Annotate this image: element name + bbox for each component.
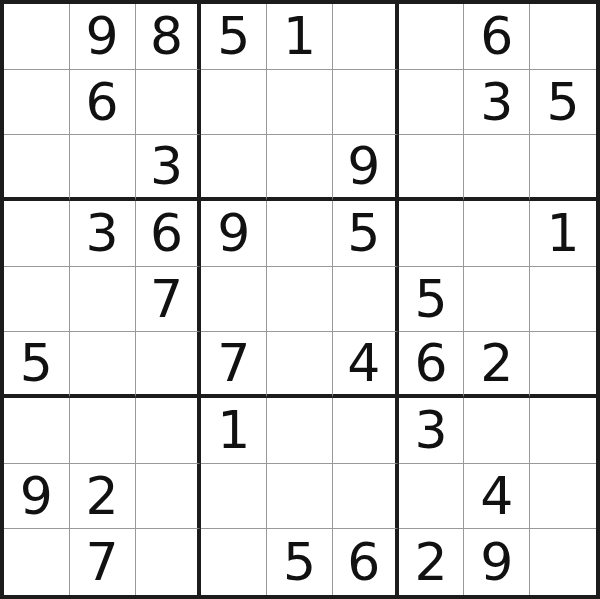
cell-r7c5[interactable]	[267, 398, 333, 464]
cell-r4c8[interactable]	[464, 201, 530, 267]
cell-r1c9[interactable]	[530, 4, 596, 70]
cell-r3c9[interactable]	[530, 135, 596, 201]
cell-r2c2: 6	[70, 70, 136, 136]
cell-r1c6[interactable]	[333, 4, 399, 70]
cell-r3c2[interactable]	[70, 135, 136, 201]
cell-r9c4[interactable]	[201, 529, 267, 595]
cell-r8c4[interactable]	[201, 464, 267, 530]
sudoku-board: 98516635393695175574621392475629	[0, 0, 600, 599]
cell-r7c4: 1	[201, 398, 267, 464]
cell-r2c1[interactable]	[4, 70, 70, 136]
cell-r9c6: 6	[333, 529, 399, 595]
cell-r1c4: 5	[201, 4, 267, 70]
page: 98516635393695175574621392475629	[0, 0, 600, 599]
cell-r2c5[interactable]	[267, 70, 333, 136]
cell-r4c6: 5	[333, 201, 399, 267]
cell-r9c5: 5	[267, 529, 333, 595]
cell-r9c2: 7	[70, 529, 136, 595]
cell-r1c8: 6	[464, 4, 530, 70]
cell-r4c9: 1	[530, 201, 596, 267]
cell-r1c2: 9	[70, 4, 136, 70]
cell-r7c9[interactable]	[530, 398, 596, 464]
cell-r8c9[interactable]	[530, 464, 596, 530]
cell-r4c2: 3	[70, 201, 136, 267]
cell-r2c3[interactable]	[136, 70, 202, 136]
cell-r8c1: 9	[4, 464, 70, 530]
cell-r6c5[interactable]	[267, 332, 333, 398]
cell-r7c8[interactable]	[464, 398, 530, 464]
cell-r7c7: 3	[399, 398, 465, 464]
cell-r5c1[interactable]	[4, 267, 70, 333]
cell-r8c7[interactable]	[399, 464, 465, 530]
cell-r6c1: 5	[4, 332, 70, 398]
cell-r3c1[interactable]	[4, 135, 70, 201]
cell-r3c7[interactable]	[399, 135, 465, 201]
cell-r3c6: 9	[333, 135, 399, 201]
cell-r9c1[interactable]	[4, 529, 70, 595]
cell-r1c5: 1	[267, 4, 333, 70]
cell-r8c6[interactable]	[333, 464, 399, 530]
cell-r1c7[interactable]	[399, 4, 465, 70]
cell-r4c7[interactable]	[399, 201, 465, 267]
cell-r4c5[interactable]	[267, 201, 333, 267]
cell-r2c9: 5	[530, 70, 596, 136]
cell-r5c3: 7	[136, 267, 202, 333]
cell-r1c3: 8	[136, 4, 202, 70]
cell-r2c7[interactable]	[399, 70, 465, 136]
cell-r9c7: 2	[399, 529, 465, 595]
cell-r5c4[interactable]	[201, 267, 267, 333]
cell-r5c9[interactable]	[530, 267, 596, 333]
cell-r1c1[interactable]	[4, 4, 70, 70]
cell-r3c3: 3	[136, 135, 202, 201]
cell-r6c4: 7	[201, 332, 267, 398]
cell-r5c5[interactable]	[267, 267, 333, 333]
cell-r6c3[interactable]	[136, 332, 202, 398]
cell-r5c7: 5	[399, 267, 465, 333]
cell-r7c6[interactable]	[333, 398, 399, 464]
cell-r3c4[interactable]	[201, 135, 267, 201]
cell-r4c1[interactable]	[4, 201, 70, 267]
cell-r5c2[interactable]	[70, 267, 136, 333]
cell-r7c2[interactable]	[70, 398, 136, 464]
cell-r4c3: 6	[136, 201, 202, 267]
cell-r8c2: 2	[70, 464, 136, 530]
cell-r9c3[interactable]	[136, 529, 202, 595]
cell-r2c8: 3	[464, 70, 530, 136]
cell-r6c2[interactable]	[70, 332, 136, 398]
cell-r2c4[interactable]	[201, 70, 267, 136]
cell-r9c8: 9	[464, 529, 530, 595]
cell-r6c7: 6	[399, 332, 465, 398]
cell-r6c9[interactable]	[530, 332, 596, 398]
cell-r5c8[interactable]	[464, 267, 530, 333]
cell-r8c3[interactable]	[136, 464, 202, 530]
cell-r3c5[interactable]	[267, 135, 333, 201]
cell-r2c6[interactable]	[333, 70, 399, 136]
cell-r6c8: 2	[464, 332, 530, 398]
cell-r4c4: 9	[201, 201, 267, 267]
cell-r9c9[interactable]	[530, 529, 596, 595]
cell-r7c1[interactable]	[4, 398, 70, 464]
cell-r8c8: 4	[464, 464, 530, 530]
cell-r8c5[interactable]	[267, 464, 333, 530]
cell-r6c6: 4	[333, 332, 399, 398]
cell-r7c3[interactable]	[136, 398, 202, 464]
cell-r5c6[interactable]	[333, 267, 399, 333]
cell-r3c8[interactable]	[464, 135, 530, 201]
